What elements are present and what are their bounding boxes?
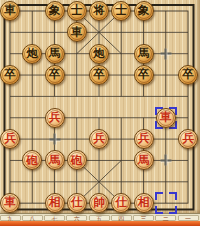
piece-black-cannon[interactable]: 炮	[89, 44, 109, 64]
piece-red-soldier[interactable]: 兵	[89, 129, 109, 149]
piece-black-advisor[interactable]: 士	[111, 1, 131, 21]
board-edge-shadow-right	[195, 0, 200, 213]
bracket-corner	[169, 192, 177, 200]
piece-red-soldier[interactable]: 兵	[45, 108, 65, 128]
piece-red-horse[interactable]: 馬	[45, 150, 65, 170]
piece-red-elephant[interactable]: 相	[134, 193, 154, 213]
piece-black-soldier[interactable]: 卒	[178, 65, 198, 85]
bracket-corner	[155, 192, 163, 200]
piece-black-soldier[interactable]: 卒	[45, 65, 65, 85]
piece-black-horse[interactable]: 馬	[134, 44, 154, 64]
point-marker-cross	[160, 48, 171, 59]
piece-black-elephant[interactable]: 象	[134, 1, 154, 21]
piece-black-cannon[interactable]: 炮	[22, 44, 42, 64]
piece-black-chariot[interactable]: 車	[67, 22, 87, 42]
piece-red-advisor[interactable]: 仕	[67, 193, 87, 213]
piece-red-cannon[interactable]: 砲	[22, 150, 42, 170]
piece-black-soldier[interactable]: 卒	[134, 65, 154, 85]
piece-red-general[interactable]: 帥	[89, 193, 109, 213]
piece-red-horse[interactable]: 馬	[134, 150, 154, 170]
piece-red-elephant[interactable]: 相	[45, 193, 65, 213]
bracket-corner	[169, 206, 177, 214]
piece-black-chariot[interactable]: 車	[0, 1, 20, 21]
bottom-bar	[0, 221, 200, 226]
piece-black-advisor[interactable]: 士	[67, 1, 87, 21]
last-move-from-marker	[155, 192, 177, 214]
point-marker-cross	[160, 155, 171, 166]
piece-black-soldier[interactable]: 卒	[89, 65, 109, 85]
piece-red-soldier[interactable]: 兵	[0, 129, 20, 149]
point-marker-cross	[49, 134, 60, 145]
piece-black-soldier[interactable]: 卒	[0, 65, 20, 85]
file-label-strip: 九八七六五四三二一	[0, 213, 200, 221]
piece-red-soldier[interactable]: 兵	[178, 129, 198, 149]
piece-red-chariot[interactable]: 車	[156, 108, 176, 128]
xiangqi-board[interactable]: 車象士将士象車炮馬炮馬卒卒卒卒卒兵車兵兵兵兵砲馬砲馬車相仕帥仕相	[0, 0, 200, 213]
piece-black-elephant[interactable]: 象	[45, 1, 65, 21]
piece-black-horse[interactable]: 馬	[45, 44, 65, 64]
piece-red-advisor[interactable]: 仕	[111, 193, 131, 213]
piece-black-general[interactable]: 将	[89, 1, 109, 21]
piece-red-chariot[interactable]: 車	[0, 193, 20, 213]
piece-red-cannon[interactable]: 砲	[67, 150, 87, 170]
bracket-corner	[155, 206, 163, 214]
piece-red-soldier[interactable]: 兵	[134, 129, 154, 149]
xiangqi-app: 車象士将士象車炮馬炮馬卒卒卒卒卒兵車兵兵兵兵砲馬砲馬車相仕帥仕相 九八七六五四三…	[0, 0, 200, 226]
